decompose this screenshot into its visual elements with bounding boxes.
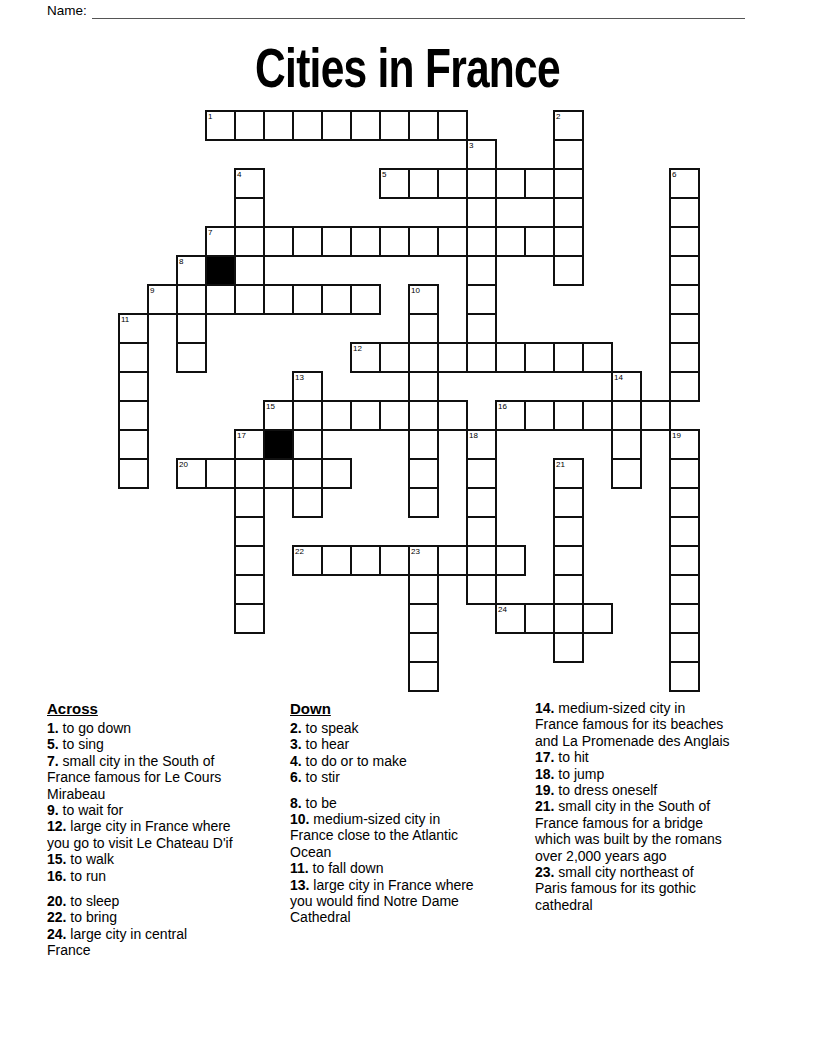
crossword-grid[interactable]: 123456789101112131415161718192021222324 <box>118 110 700 692</box>
cell-number: 18 <box>469 431 478 440</box>
clue-8: 8. to be <box>290 795 508 811</box>
cell-number: 13 <box>295 373 304 382</box>
grid-cell[interactable] <box>524 226 555 257</box>
across-clues: 1. to go down5. to sing7. small city in … <box>47 720 265 959</box>
grid-cell[interactable] <box>408 168 439 199</box>
clue-12: 12. large city in France where you go to… <box>47 818 265 851</box>
grid-cell[interactable] <box>292 284 323 315</box>
cell-number: 23 <box>411 547 420 556</box>
grid-cell[interactable] <box>524 400 555 431</box>
grid-cell[interactable] <box>263 458 294 489</box>
grid-cell[interactable] <box>176 284 207 315</box>
grid-cell[interactable] <box>553 603 584 634</box>
grid-cell[interactable] <box>669 487 700 518</box>
down-heading: Down <box>290 700 508 717</box>
grid-cell[interactable] <box>379 226 410 257</box>
grid-cell[interactable] <box>234 255 265 286</box>
grid-cell[interactable] <box>234 603 265 634</box>
grid-cell[interactable] <box>669 313 700 344</box>
grid-cell[interactable] <box>553 255 584 286</box>
grid-cell[interactable] <box>263 284 294 315</box>
grid-cell[interactable] <box>234 574 265 605</box>
grid-cell[interactable] <box>350 400 381 431</box>
clue-14: 14. medium-sized city in France famous f… <box>535 700 753 749</box>
grid-cell[interactable] <box>582 342 613 373</box>
grid-cell[interactable] <box>408 371 439 402</box>
grid-cell[interactable] <box>669 284 700 315</box>
page-title-text: Cities in France <box>256 40 561 96</box>
name-input-line[interactable] <box>92 4 745 19</box>
grid-cell[interactable] <box>466 458 497 489</box>
grid-cell[interactable] <box>234 284 265 315</box>
grid-cell[interactable] <box>669 226 700 257</box>
clue-7: 7. small city in the South of France fam… <box>47 753 265 802</box>
grid-cell[interactable] <box>350 545 381 576</box>
grid-cell[interactable] <box>553 632 584 663</box>
grid-cell[interactable] <box>292 458 323 489</box>
down-clues-column-2: 14. medium-sized city in France famous f… <box>535 700 753 913</box>
grid-cell[interactable] <box>553 197 584 228</box>
grid-cell[interactable] <box>466 342 497 373</box>
grid-cell[interactable] <box>350 284 381 315</box>
name-row: Name: <box>47 3 745 19</box>
cell-number: 12 <box>353 344 362 353</box>
grid-cell[interactable] <box>669 342 700 373</box>
grid-cell[interactable] <box>118 429 149 460</box>
grid-cell[interactable] <box>408 429 439 460</box>
grid-cell[interactable] <box>669 516 700 547</box>
grid-cell[interactable] <box>553 168 584 199</box>
cell-number: 15 <box>266 402 275 411</box>
grid-cell[interactable] <box>669 197 700 228</box>
clue-21: 21. small city in the South of France fa… <box>535 798 753 864</box>
name-label: Name: <box>47 3 87 19</box>
grid-cell[interactable] <box>466 545 497 576</box>
grid-cell[interactable] <box>408 110 439 141</box>
grid-cell[interactable] <box>408 313 439 344</box>
grid-cell[interactable] <box>669 661 700 692</box>
grid-cell[interactable] <box>118 458 149 489</box>
grid-cell[interactable] <box>408 400 439 431</box>
grid-cell[interactable] <box>234 516 265 547</box>
grid-cell[interactable] <box>669 632 700 663</box>
grid-cell[interactable] <box>321 284 352 315</box>
cell-number: 2 <box>556 112 560 121</box>
grid-cell[interactable] <box>669 458 700 489</box>
grid-cell[interactable] <box>379 342 410 373</box>
grid-cell[interactable] <box>292 400 323 431</box>
cell-number: 19 <box>672 431 681 440</box>
cell-number: 21 <box>556 460 565 469</box>
cell-number: 24 <box>498 605 507 614</box>
grid-cell[interactable] <box>582 603 613 634</box>
grid-cell[interactable] <box>495 342 526 373</box>
grid-cell[interactable] <box>321 226 352 257</box>
grid-cell[interactable] <box>118 342 149 373</box>
down-clues-column: Down 2. to speak3. to hear4. to do or to… <box>290 700 508 926</box>
grid-cell[interactable] <box>292 110 323 141</box>
clue-24: 24. large city in central France <box>47 926 265 959</box>
grid-cell[interactable] <box>292 487 323 518</box>
grid-cell[interactable] <box>466 255 497 286</box>
grid-cell[interactable] <box>379 110 410 141</box>
grid-cell[interactable] <box>611 458 642 489</box>
grid-cell[interactable] <box>118 371 149 402</box>
grid-cell[interactable] <box>263 226 294 257</box>
grid-cell[interactable] <box>466 284 497 315</box>
cell-number: 8 <box>179 257 183 266</box>
grid-cell[interactable] <box>408 574 439 605</box>
grid-cell[interactable] <box>495 226 526 257</box>
grid-cell[interactable] <box>553 487 584 518</box>
cell-number: 10 <box>411 286 420 295</box>
clue-13: 13. large city in France where you would… <box>290 877 508 926</box>
grid-cell[interactable] <box>437 545 468 576</box>
grid-cell[interactable] <box>176 313 207 344</box>
grid-cell[interactable] <box>234 545 265 576</box>
clue-1: 1. to go down <box>47 720 265 736</box>
grid-cell[interactable] <box>466 487 497 518</box>
grid-cell[interactable] <box>466 574 497 605</box>
grid-cell[interactable] <box>408 342 439 373</box>
grid-cell[interactable] <box>669 545 700 576</box>
grid-cell[interactable] <box>640 400 671 431</box>
cell-number: 3 <box>469 141 473 150</box>
grid-cell[interactable] <box>553 226 584 257</box>
cell-number: 17 <box>237 431 246 440</box>
grid-cell[interactable] <box>611 400 642 431</box>
clue-9: 9. to wait for <box>47 802 265 818</box>
grid-cell[interactable] <box>437 400 468 431</box>
grid-cell[interactable] <box>234 458 265 489</box>
grid-cell[interactable] <box>466 313 497 344</box>
grid-cell[interactable] <box>234 197 265 228</box>
grid-cell[interactable] <box>524 168 555 199</box>
grid-cell[interactable] <box>292 226 323 257</box>
grid-cell[interactable] <box>234 487 265 518</box>
clue-18: 18. to jump <box>535 766 753 782</box>
down-clues-col1: 2. to speak3. to hear4. to do or to make… <box>290 720 508 926</box>
grid-cell[interactable] <box>205 458 236 489</box>
clue-16: 16. to run <box>47 868 265 884</box>
cell-number: 6 <box>672 170 676 179</box>
grid-cell[interactable] <box>466 226 497 257</box>
grid-cell[interactable] <box>553 574 584 605</box>
grid-cell[interactable] <box>553 545 584 576</box>
grid-cell[interactable] <box>524 603 555 634</box>
grid-cell[interactable] <box>466 197 497 228</box>
grid-cell[interactable] <box>466 516 497 547</box>
grid-cell[interactable] <box>263 110 294 141</box>
across-heading: Across <box>47 700 265 717</box>
grid-cell[interactable] <box>408 632 439 663</box>
grid-cell[interactable] <box>408 487 439 518</box>
clue-10: 10. medium-sized city in France close to… <box>290 811 508 860</box>
clue-20: 20. to sleep <box>47 893 265 909</box>
grid-cell[interactable] <box>321 458 352 489</box>
clue-2: 2. to speak <box>290 720 508 736</box>
grid-cell[interactable] <box>408 458 439 489</box>
cell-number: 16 <box>498 402 507 411</box>
grid-cell[interactable] <box>234 226 265 257</box>
grid-cell[interactable] <box>669 255 700 286</box>
grid-cell[interactable] <box>553 516 584 547</box>
grid-cell[interactable] <box>437 110 468 141</box>
grid-cell[interactable] <box>379 400 410 431</box>
grid-cell[interactable] <box>582 400 613 431</box>
grid-cell[interactable] <box>292 429 323 460</box>
grid-cell[interactable] <box>669 603 700 634</box>
grid-cell[interactable] <box>350 226 381 257</box>
clue-6: 6. to stir <box>290 769 508 785</box>
cell-number: 4 <box>237 170 241 179</box>
grid-cell[interactable] <box>379 545 410 576</box>
grid-cell[interactable] <box>408 226 439 257</box>
black-cell <box>205 255 236 286</box>
clue-11: 11. to fall down <box>290 860 508 876</box>
clue-23: 23. small city northeast of Paris famous… <box>535 864 753 913</box>
cell-number: 11 <box>121 315 129 324</box>
across-clues-column: Across 1. to go down5. to sing7. small c… <box>47 700 265 959</box>
grid-cell[interactable] <box>321 110 352 141</box>
clue-19: 19. to dress oneself <box>535 782 753 798</box>
grid-cell[interactable] <box>118 400 149 431</box>
grid-cell[interactable] <box>321 545 352 576</box>
clue-15: 15. to walk <box>47 851 265 867</box>
grid-cell[interactable] <box>495 545 526 576</box>
clue-3: 3. to hear <box>290 736 508 752</box>
grid-cell[interactable] <box>669 574 700 605</box>
worksheet-page: { "game": "crossword", "header": { "name… <box>0 0 816 1056</box>
grid-cell[interactable] <box>611 429 642 460</box>
grid-cell[interactable] <box>350 110 381 141</box>
grid-cell[interactable] <box>321 400 352 431</box>
black-cell <box>263 429 294 460</box>
cell-number: 1 <box>208 112 212 121</box>
cell-number: 20 <box>179 460 188 469</box>
cell-number: 14 <box>614 373 623 382</box>
cell-number: 22 <box>295 547 304 556</box>
grid-cell[interactable] <box>553 400 584 431</box>
grid-cell[interactable] <box>553 139 584 170</box>
grid-cell[interactable] <box>176 342 207 373</box>
grid-cell[interactable] <box>408 661 439 692</box>
clue-22: 22. to bring <box>47 909 265 925</box>
grid-cell[interactable] <box>437 342 468 373</box>
clue-5: 5. to sing <box>47 736 265 752</box>
grid-cell[interactable] <box>205 284 236 315</box>
cell-number: 7 <box>208 228 212 237</box>
grid-cell[interactable] <box>669 371 700 402</box>
grid-cell[interactable] <box>437 226 468 257</box>
page-title: Cities in France <box>0 40 816 96</box>
grid-cell[interactable] <box>553 342 584 373</box>
cell-number: 9 <box>150 286 154 295</box>
grid-cell[interactable] <box>437 168 468 199</box>
grid-cell[interactable] <box>408 603 439 634</box>
down-clues-col2: 14. medium-sized city in France famous f… <box>535 700 753 913</box>
cell-number: 5 <box>382 170 386 179</box>
grid-cell[interactable] <box>524 342 555 373</box>
clue-17: 17. to hit <box>535 749 753 765</box>
grid-cell[interactable] <box>495 168 526 199</box>
grid-cell[interactable] <box>234 110 265 141</box>
grid-cell[interactable] <box>466 168 497 199</box>
clue-4: 4. to do or to make <box>290 753 508 769</box>
